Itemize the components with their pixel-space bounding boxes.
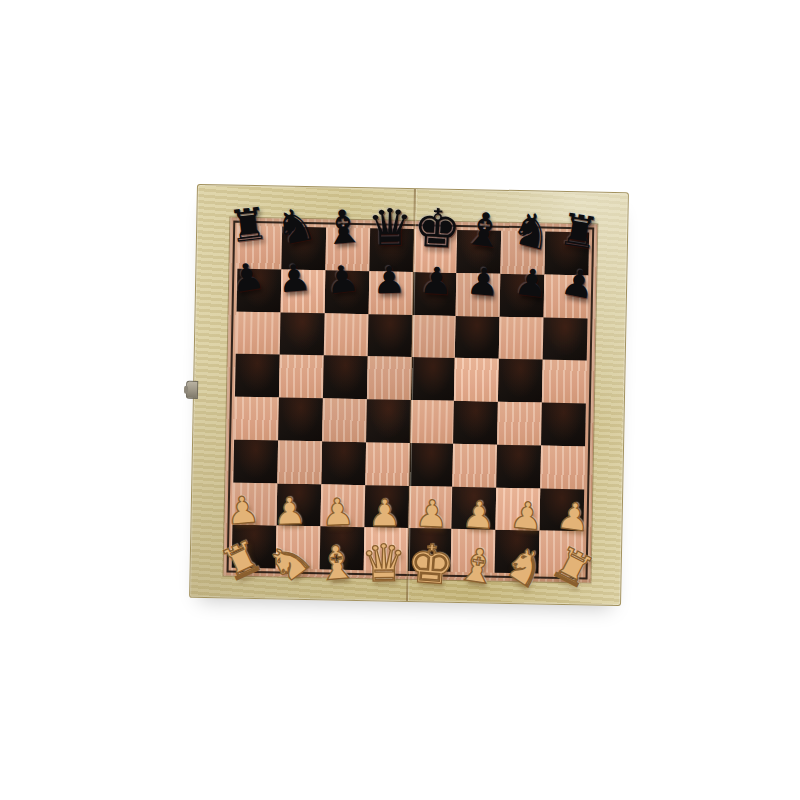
square-f4: [453, 401, 498, 445]
square-d7: [368, 271, 413, 315]
square-e1: [407, 528, 452, 572]
square-e6: [411, 315, 456, 359]
chess-board: ♜♞♝♛♚♝♞♜♟♟♟♟♟♟♟♟♟♟♟♟♟♟♟♟♜♞♝♛♚♝♞♜: [189, 184, 629, 606]
square-e8: [413, 229, 458, 273]
square-g4: [497, 402, 542, 446]
square-h7: [544, 274, 589, 318]
square-e3: [409, 443, 454, 487]
square-a4: [234, 397, 279, 441]
square-e4: [410, 400, 455, 444]
square-f2: [452, 486, 497, 530]
square-b6: [280, 312, 325, 356]
square-g1: [495, 530, 540, 574]
board-playing-surface: ♜♞♝♛♚♝♞♜♟♟♟♟♟♟♟♟♟♟♟♟♟♟♟♟♜♞♝♛♚♝♞♜: [224, 218, 598, 583]
square-h5: [542, 360, 587, 404]
square-g8: [501, 231, 546, 275]
chess-set-photo: ♜♞♝♛♚♝♞♜♟♟♟♟♟♟♟♟♟♟♟♟♟♟♟♟♜♞♝♛♚♝♞♜: [0, 0, 800, 800]
square-d5: [367, 356, 412, 400]
square-e2: [408, 486, 453, 530]
square-h8: [544, 232, 589, 276]
square-f8: [457, 230, 502, 274]
square-d4: [366, 399, 411, 443]
square-a2: [232, 482, 277, 526]
square-b3: [277, 440, 322, 484]
square-d2: [364, 485, 409, 529]
square-a8: [237, 226, 282, 270]
square-c8: [325, 227, 370, 271]
square-c5: [323, 356, 368, 400]
box-clasp: [186, 381, 198, 399]
square-g3: [496, 444, 541, 488]
square-h2: [540, 488, 585, 532]
square-g7: [500, 273, 545, 317]
square-b2: [276, 483, 321, 527]
square-g6: [499, 316, 544, 360]
square-f3: [453, 444, 498, 488]
square-d8: [369, 228, 414, 272]
square-f6: [455, 315, 500, 359]
square-e7: [412, 272, 457, 316]
square-c3: [321, 441, 366, 485]
board-grid: [232, 226, 590, 575]
square-c2: [320, 484, 365, 528]
square-f1: [451, 529, 496, 573]
square-d6: [367, 314, 412, 358]
square-b4: [278, 398, 323, 442]
square-h1: [539, 531, 584, 575]
square-d3: [365, 442, 410, 486]
square-a1: [232, 525, 277, 569]
square-a3: [233, 439, 278, 483]
square-a5: [235, 354, 280, 398]
square-b7: [280, 269, 325, 313]
square-c7: [324, 270, 369, 314]
square-g2: [496, 487, 541, 531]
square-b8: [281, 227, 326, 271]
square-b1: [276, 526, 321, 570]
square-b5: [279, 355, 324, 399]
square-e5: [410, 357, 455, 401]
square-h3: [540, 445, 585, 489]
square-f7: [456, 273, 501, 317]
square-c1: [319, 527, 364, 571]
square-c6: [323, 313, 368, 357]
square-f5: [454, 358, 499, 402]
square-a7: [237, 268, 282, 312]
square-d1: [363, 527, 408, 571]
square-h4: [541, 403, 586, 447]
square-g5: [498, 359, 543, 403]
square-a6: [236, 311, 281, 355]
square-h6: [543, 317, 588, 361]
square-c4: [322, 398, 367, 442]
